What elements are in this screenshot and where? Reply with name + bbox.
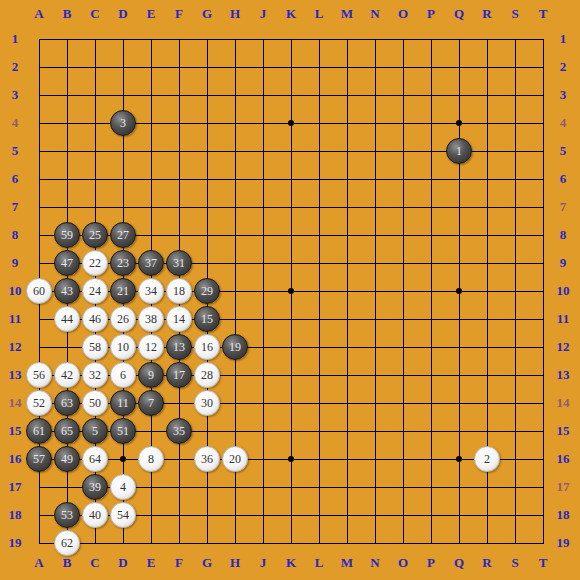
intersection-N13[interactable] xyxy=(361,361,389,389)
intersection-S14[interactable] xyxy=(501,389,529,417)
intersection-D9[interactable]: 23 xyxy=(109,249,137,277)
intersection-Q3[interactable] xyxy=(445,81,473,109)
intersection-S12[interactable] xyxy=(501,333,529,361)
intersection-T19[interactable] xyxy=(529,529,557,557)
intersection-R8[interactable] xyxy=(473,221,501,249)
intersection-H7[interactable] xyxy=(221,193,249,221)
intersection-G16[interactable]: 36 xyxy=(193,445,221,473)
intersection-T6[interactable] xyxy=(529,165,557,193)
intersection-T9[interactable] xyxy=(529,249,557,277)
intersection-D11[interactable]: 26 xyxy=(109,305,137,333)
intersection-S13[interactable] xyxy=(501,361,529,389)
intersection-F12[interactable]: 13 xyxy=(165,333,193,361)
intersection-P8[interactable] xyxy=(417,221,445,249)
intersection-A1[interactable] xyxy=(25,25,53,53)
intersection-O13[interactable] xyxy=(389,361,417,389)
intersection-J19[interactable] xyxy=(249,529,277,557)
intersection-L12[interactable] xyxy=(305,333,333,361)
intersection-T7[interactable] xyxy=(529,193,557,221)
intersection-K13[interactable] xyxy=(277,361,305,389)
intersection-P3[interactable] xyxy=(417,81,445,109)
intersection-F5[interactable] xyxy=(165,137,193,165)
black-stone-D8[interactable]: 27 xyxy=(110,222,136,248)
white-stone-G13[interactable]: 28 xyxy=(194,362,220,388)
intersection-O12[interactable] xyxy=(389,333,417,361)
intersection-H15[interactable] xyxy=(221,417,249,445)
intersection-D7[interactable] xyxy=(109,193,137,221)
intersection-C17[interactable]: 39 xyxy=(81,473,109,501)
black-stone-B10[interactable]: 43 xyxy=(54,278,80,304)
intersection-T1[interactable] xyxy=(529,25,557,53)
white-stone-G16[interactable]: 36 xyxy=(194,446,220,472)
black-stone-Q5[interactable]: 1 xyxy=(446,138,472,164)
white-stone-C16[interactable]: 64 xyxy=(82,446,108,472)
intersection-S6[interactable] xyxy=(501,165,529,193)
intersection-L17[interactable] xyxy=(305,473,333,501)
intersection-E10[interactable]: 34 xyxy=(137,277,165,305)
intersection-B12[interactable] xyxy=(53,333,81,361)
intersection-H18[interactable] xyxy=(221,501,249,529)
intersection-E4[interactable] xyxy=(137,109,165,137)
intersection-B17[interactable] xyxy=(53,473,81,501)
intersection-P5[interactable] xyxy=(417,137,445,165)
intersection-E18[interactable] xyxy=(137,501,165,529)
intersection-F9[interactable]: 31 xyxy=(165,249,193,277)
intersection-C5[interactable] xyxy=(81,137,109,165)
intersection-E16[interactable]: 8 xyxy=(137,445,165,473)
intersection-E6[interactable] xyxy=(137,165,165,193)
intersection-O9[interactable] xyxy=(389,249,417,277)
intersection-A8[interactable] xyxy=(25,221,53,249)
intersection-Q14[interactable] xyxy=(445,389,473,417)
intersection-O6[interactable] xyxy=(389,165,417,193)
intersection-E17[interactable] xyxy=(137,473,165,501)
intersection-K14[interactable] xyxy=(277,389,305,417)
intersection-S15[interactable] xyxy=(501,417,529,445)
intersection-G2[interactable] xyxy=(193,53,221,81)
intersection-B19[interactable]: 62 xyxy=(53,529,81,557)
black-stone-D14[interactable]: 11 xyxy=(110,390,136,416)
intersection-K10[interactable] xyxy=(277,277,305,305)
intersection-F13[interactable]: 17 xyxy=(165,361,193,389)
intersection-P15[interactable] xyxy=(417,417,445,445)
intersection-D16[interactable] xyxy=(109,445,137,473)
intersection-A3[interactable] xyxy=(25,81,53,109)
intersection-Q10[interactable] xyxy=(445,277,473,305)
intersection-K16[interactable] xyxy=(277,445,305,473)
white-stone-C14[interactable]: 50 xyxy=(82,390,108,416)
intersection-G19[interactable] xyxy=(193,529,221,557)
intersection-N12[interactable] xyxy=(361,333,389,361)
intersection-M14[interactable] xyxy=(333,389,361,417)
intersection-A5[interactable] xyxy=(25,137,53,165)
intersection-E15[interactable] xyxy=(137,417,165,445)
intersection-M16[interactable] xyxy=(333,445,361,473)
black-stone-C8[interactable]: 25 xyxy=(82,222,108,248)
intersection-J10[interactable] xyxy=(249,277,277,305)
intersection-A11[interactable] xyxy=(25,305,53,333)
intersection-B2[interactable] xyxy=(53,53,81,81)
intersection-H4[interactable] xyxy=(221,109,249,137)
intersection-L18[interactable] xyxy=(305,501,333,529)
intersection-J15[interactable] xyxy=(249,417,277,445)
intersection-O3[interactable] xyxy=(389,81,417,109)
black-stone-B8[interactable]: 59 xyxy=(54,222,80,248)
black-stone-D15[interactable]: 51 xyxy=(110,418,136,444)
intersection-D17[interactable]: 4 xyxy=(109,473,137,501)
intersection-G7[interactable] xyxy=(193,193,221,221)
intersection-S1[interactable] xyxy=(501,25,529,53)
intersection-C3[interactable] xyxy=(81,81,109,109)
intersection-H16[interactable]: 20 xyxy=(221,445,249,473)
intersection-C6[interactable] xyxy=(81,165,109,193)
intersection-R12[interactable] xyxy=(473,333,501,361)
black-stone-C17[interactable]: 39 xyxy=(82,474,108,500)
intersection-R15[interactable] xyxy=(473,417,501,445)
intersection-C19[interactable] xyxy=(81,529,109,557)
intersection-Q5[interactable]: 1 xyxy=(445,137,473,165)
intersection-R17[interactable] xyxy=(473,473,501,501)
intersection-P9[interactable] xyxy=(417,249,445,277)
intersection-G11[interactable]: 15 xyxy=(193,305,221,333)
white-stone-C13[interactable]: 32 xyxy=(82,362,108,388)
intersection-O14[interactable] xyxy=(389,389,417,417)
intersection-G15[interactable] xyxy=(193,417,221,445)
intersection-T15[interactable] xyxy=(529,417,557,445)
white-stone-C11[interactable]: 46 xyxy=(82,306,108,332)
intersection-M15[interactable] xyxy=(333,417,361,445)
intersection-O2[interactable] xyxy=(389,53,417,81)
intersection-J14[interactable] xyxy=(249,389,277,417)
intersection-K1[interactable] xyxy=(277,25,305,53)
intersection-T12[interactable] xyxy=(529,333,557,361)
intersection-D18[interactable]: 54 xyxy=(109,501,137,529)
intersection-C18[interactable]: 40 xyxy=(81,501,109,529)
intersection-P10[interactable] xyxy=(417,277,445,305)
black-stone-B16[interactable]: 49 xyxy=(54,446,80,472)
intersection-E9[interactable]: 37 xyxy=(137,249,165,277)
intersection-R2[interactable] xyxy=(473,53,501,81)
intersection-T4[interactable] xyxy=(529,109,557,137)
intersection-G13[interactable]: 28 xyxy=(193,361,221,389)
intersection-R4[interactable] xyxy=(473,109,501,137)
intersection-S4[interactable] xyxy=(501,109,529,137)
intersection-S5[interactable] xyxy=(501,137,529,165)
intersection-R1[interactable] xyxy=(473,25,501,53)
intersection-F1[interactable] xyxy=(165,25,193,53)
intersection-J7[interactable] xyxy=(249,193,277,221)
intersection-R7[interactable] xyxy=(473,193,501,221)
white-stone-D11[interactable]: 26 xyxy=(110,306,136,332)
intersection-O10[interactable] xyxy=(389,277,417,305)
intersection-Q8[interactable] xyxy=(445,221,473,249)
intersection-D14[interactable]: 11 xyxy=(109,389,137,417)
intersection-L7[interactable] xyxy=(305,193,333,221)
intersection-L14[interactable] xyxy=(305,389,333,417)
intersection-R13[interactable] xyxy=(473,361,501,389)
intersection-A13[interactable]: 56 xyxy=(25,361,53,389)
intersection-H2[interactable] xyxy=(221,53,249,81)
intersection-D8[interactable]: 27 xyxy=(109,221,137,249)
intersection-H6[interactable] xyxy=(221,165,249,193)
intersection-N15[interactable] xyxy=(361,417,389,445)
intersection-A10[interactable]: 60 xyxy=(25,277,53,305)
intersection-R9[interactable] xyxy=(473,249,501,277)
intersection-Q1[interactable] xyxy=(445,25,473,53)
intersection-G10[interactable]: 29 xyxy=(193,277,221,305)
intersection-H9[interactable] xyxy=(221,249,249,277)
black-stone-F15[interactable]: 35 xyxy=(166,418,192,444)
intersection-M6[interactable] xyxy=(333,165,361,193)
intersection-F4[interactable] xyxy=(165,109,193,137)
black-stone-B18[interactable]: 53 xyxy=(54,502,80,528)
intersection-G17[interactable] xyxy=(193,473,221,501)
intersection-M18[interactable] xyxy=(333,501,361,529)
intersection-A16[interactable]: 57 xyxy=(25,445,53,473)
intersection-F19[interactable] xyxy=(165,529,193,557)
intersection-T10[interactable] xyxy=(529,277,557,305)
intersection-J5[interactable] xyxy=(249,137,277,165)
intersection-F11[interactable]: 14 xyxy=(165,305,193,333)
intersection-P11[interactable] xyxy=(417,305,445,333)
intersection-D10[interactable]: 21 xyxy=(109,277,137,305)
white-stone-E10[interactable]: 34 xyxy=(138,278,164,304)
intersection-B10[interactable]: 43 xyxy=(53,277,81,305)
intersection-C2[interactable] xyxy=(81,53,109,81)
intersection-H13[interactable] xyxy=(221,361,249,389)
intersection-L1[interactable] xyxy=(305,25,333,53)
intersection-S9[interactable] xyxy=(501,249,529,277)
intersection-N10[interactable] xyxy=(361,277,389,305)
intersection-R3[interactable] xyxy=(473,81,501,109)
intersection-N5[interactable] xyxy=(361,137,389,165)
intersection-B8[interactable]: 59 xyxy=(53,221,81,249)
intersection-M19[interactable] xyxy=(333,529,361,557)
intersection-O16[interactable] xyxy=(389,445,417,473)
intersection-B1[interactable] xyxy=(53,25,81,53)
intersection-P17[interactable] xyxy=(417,473,445,501)
intersection-F10[interactable]: 18 xyxy=(165,277,193,305)
intersection-S16[interactable] xyxy=(501,445,529,473)
black-stone-D10[interactable]: 21 xyxy=(110,278,136,304)
intersection-Q6[interactable] xyxy=(445,165,473,193)
white-stone-D17[interactable]: 4 xyxy=(110,474,136,500)
intersection-S2[interactable] xyxy=(501,53,529,81)
intersection-P7[interactable] xyxy=(417,193,445,221)
intersection-M12[interactable] xyxy=(333,333,361,361)
intersection-F7[interactable] xyxy=(165,193,193,221)
white-stone-R16[interactable]: 2 xyxy=(474,446,500,472)
intersection-K9[interactable] xyxy=(277,249,305,277)
black-stone-F13[interactable]: 17 xyxy=(166,362,192,388)
intersection-E8[interactable] xyxy=(137,221,165,249)
intersection-E11[interactable]: 38 xyxy=(137,305,165,333)
intersection-Q4[interactable] xyxy=(445,109,473,137)
intersection-K15[interactable] xyxy=(277,417,305,445)
intersection-M2[interactable] xyxy=(333,53,361,81)
intersection-K3[interactable] xyxy=(277,81,305,109)
intersection-F15[interactable]: 35 xyxy=(165,417,193,445)
black-stone-G10[interactable]: 29 xyxy=(194,278,220,304)
intersection-N6[interactable] xyxy=(361,165,389,193)
intersection-J8[interactable] xyxy=(249,221,277,249)
intersection-Q12[interactable] xyxy=(445,333,473,361)
black-stone-H12[interactable]: 19 xyxy=(222,334,248,360)
intersection-B9[interactable]: 47 xyxy=(53,249,81,277)
intersection-G1[interactable] xyxy=(193,25,221,53)
white-stone-B19[interactable]: 62 xyxy=(54,530,80,556)
intersection-L9[interactable] xyxy=(305,249,333,277)
white-stone-H16[interactable]: 20 xyxy=(222,446,248,472)
intersection-H8[interactable] xyxy=(221,221,249,249)
intersection-F6[interactable] xyxy=(165,165,193,193)
intersection-J18[interactable] xyxy=(249,501,277,529)
intersection-H17[interactable] xyxy=(221,473,249,501)
intersection-E1[interactable] xyxy=(137,25,165,53)
intersection-B3[interactable] xyxy=(53,81,81,109)
black-stone-B9[interactable]: 47 xyxy=(54,250,80,276)
intersection-M11[interactable] xyxy=(333,305,361,333)
intersection-O8[interactable] xyxy=(389,221,417,249)
intersection-N1[interactable] xyxy=(361,25,389,53)
intersection-O7[interactable] xyxy=(389,193,417,221)
black-stone-E14[interactable]: 7 xyxy=(138,390,164,416)
intersection-R14[interactable] xyxy=(473,389,501,417)
intersection-P19[interactable] xyxy=(417,529,445,557)
intersection-R6[interactable] xyxy=(473,165,501,193)
intersection-L10[interactable] xyxy=(305,277,333,305)
intersection-N3[interactable] xyxy=(361,81,389,109)
intersection-A7[interactable] xyxy=(25,193,53,221)
intersection-K18[interactable] xyxy=(277,501,305,529)
intersection-O1[interactable] xyxy=(389,25,417,53)
white-stone-C10[interactable]: 24 xyxy=(82,278,108,304)
intersection-Q17[interactable] xyxy=(445,473,473,501)
intersection-Q11[interactable] xyxy=(445,305,473,333)
intersection-B11[interactable]: 44 xyxy=(53,305,81,333)
white-stone-F11[interactable]: 14 xyxy=(166,306,192,332)
intersection-R16[interactable]: 2 xyxy=(473,445,501,473)
intersection-S11[interactable] xyxy=(501,305,529,333)
intersection-F17[interactable] xyxy=(165,473,193,501)
intersection-S19[interactable] xyxy=(501,529,529,557)
intersection-D2[interactable] xyxy=(109,53,137,81)
white-stone-D12[interactable]: 10 xyxy=(110,334,136,360)
white-stone-G12[interactable]: 16 xyxy=(194,334,220,360)
intersection-J4[interactable] xyxy=(249,109,277,137)
intersection-H5[interactable] xyxy=(221,137,249,165)
intersection-K7[interactable] xyxy=(277,193,305,221)
intersection-N8[interactable] xyxy=(361,221,389,249)
intersection-K11[interactable] xyxy=(277,305,305,333)
intersection-C16[interactable]: 64 xyxy=(81,445,109,473)
intersection-O4[interactable] xyxy=(389,109,417,137)
intersection-Q15[interactable] xyxy=(445,417,473,445)
intersection-O15[interactable] xyxy=(389,417,417,445)
intersection-F8[interactable] xyxy=(165,221,193,249)
intersection-D4[interactable]: 3 xyxy=(109,109,137,137)
intersection-E19[interactable] xyxy=(137,529,165,557)
intersection-R19[interactable] xyxy=(473,529,501,557)
intersection-C14[interactable]: 50 xyxy=(81,389,109,417)
intersection-T11[interactable] xyxy=(529,305,557,333)
intersection-S17[interactable] xyxy=(501,473,529,501)
intersection-R11[interactable] xyxy=(473,305,501,333)
intersection-P1[interactable] xyxy=(417,25,445,53)
intersection-Q7[interactable] xyxy=(445,193,473,221)
intersection-N17[interactable] xyxy=(361,473,389,501)
intersection-D12[interactable]: 10 xyxy=(109,333,137,361)
intersection-B18[interactable]: 53 xyxy=(53,501,81,529)
intersection-O19[interactable] xyxy=(389,529,417,557)
intersection-L2[interactable] xyxy=(305,53,333,81)
intersection-S10[interactable] xyxy=(501,277,529,305)
intersection-K5[interactable] xyxy=(277,137,305,165)
intersection-A18[interactable] xyxy=(25,501,53,529)
intersection-J3[interactable] xyxy=(249,81,277,109)
intersection-B14[interactable]: 63 xyxy=(53,389,81,417)
intersection-C12[interactable]: 58 xyxy=(81,333,109,361)
intersection-Q18[interactable] xyxy=(445,501,473,529)
intersection-Q19[interactable] xyxy=(445,529,473,557)
intersection-K6[interactable] xyxy=(277,165,305,193)
intersection-M5[interactable] xyxy=(333,137,361,165)
intersection-R5[interactable] xyxy=(473,137,501,165)
white-stone-F10[interactable]: 18 xyxy=(166,278,192,304)
intersection-T5[interactable] xyxy=(529,137,557,165)
intersection-P13[interactable] xyxy=(417,361,445,389)
white-stone-A14[interactable]: 52 xyxy=(26,390,52,416)
intersection-B6[interactable] xyxy=(53,165,81,193)
intersection-M10[interactable] xyxy=(333,277,361,305)
intersection-N7[interactable] xyxy=(361,193,389,221)
intersection-H11[interactable] xyxy=(221,305,249,333)
intersection-T2[interactable] xyxy=(529,53,557,81)
intersection-A19[interactable] xyxy=(25,529,53,557)
intersection-Q2[interactable] xyxy=(445,53,473,81)
intersection-A12[interactable] xyxy=(25,333,53,361)
white-stone-A13[interactable]: 56 xyxy=(26,362,52,388)
intersection-B13[interactable]: 42 xyxy=(53,361,81,389)
intersection-J13[interactable] xyxy=(249,361,277,389)
intersection-K2[interactable] xyxy=(277,53,305,81)
intersection-A4[interactable] xyxy=(25,109,53,137)
intersection-G4[interactable] xyxy=(193,109,221,137)
intersection-B15[interactable]: 65 xyxy=(53,417,81,445)
intersection-O5[interactable] xyxy=(389,137,417,165)
intersection-A9[interactable] xyxy=(25,249,53,277)
white-stone-C9[interactable]: 22 xyxy=(82,250,108,276)
intersection-L6[interactable] xyxy=(305,165,333,193)
intersection-C15[interactable]: 5 xyxy=(81,417,109,445)
intersection-T18[interactable] xyxy=(529,501,557,529)
intersection-G18[interactable] xyxy=(193,501,221,529)
intersection-S7[interactable] xyxy=(501,193,529,221)
intersection-M7[interactable] xyxy=(333,193,361,221)
intersection-G3[interactable] xyxy=(193,81,221,109)
white-stone-B13[interactable]: 42 xyxy=(54,362,80,388)
intersection-C11[interactable]: 46 xyxy=(81,305,109,333)
intersection-H3[interactable] xyxy=(221,81,249,109)
intersection-N2[interactable] xyxy=(361,53,389,81)
intersection-D6[interactable] xyxy=(109,165,137,193)
intersection-J12[interactable] xyxy=(249,333,277,361)
intersection-N9[interactable] xyxy=(361,249,389,277)
intersection-F16[interactable] xyxy=(165,445,193,473)
intersection-S8[interactable] xyxy=(501,221,529,249)
intersection-J2[interactable] xyxy=(249,53,277,81)
intersection-G9[interactable] xyxy=(193,249,221,277)
